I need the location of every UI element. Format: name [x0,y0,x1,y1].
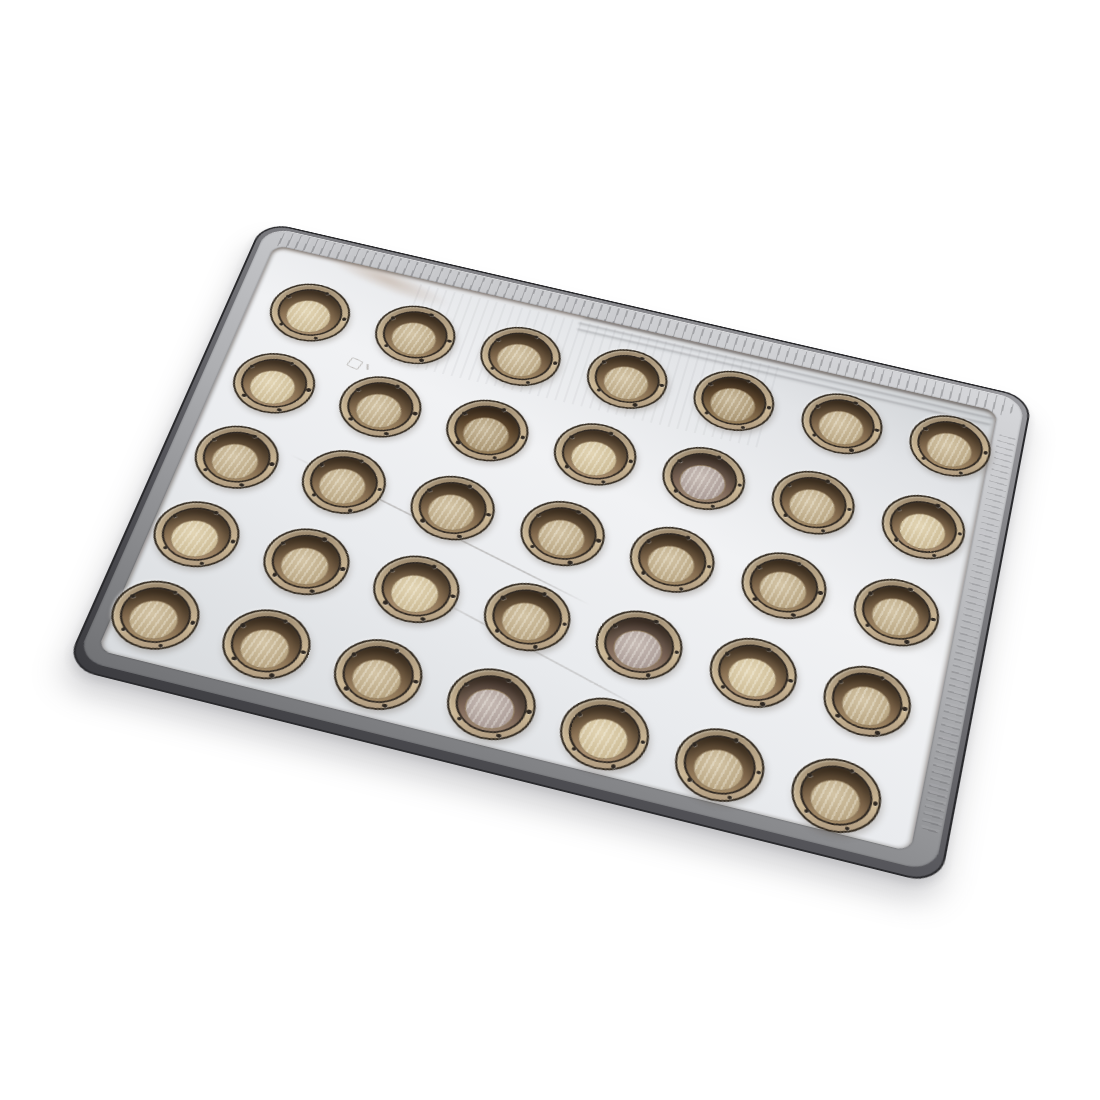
rivet-dot [786,483,791,487]
rivet-dot [874,428,879,432]
rivet-dot [496,733,502,738]
mold-base [274,543,334,590]
mold-cup-r3c2 [291,443,395,523]
rivet-dot [659,383,664,387]
mold-cup-r3c4 [511,493,613,575]
mold-cup-r3c5 [622,518,723,601]
mold-bowl [521,501,603,567]
rivet-dot [552,361,557,365]
mold-base [459,684,520,734]
mold-bowl [270,283,350,342]
rivet-dot [677,459,682,463]
mold-bowl [411,475,494,540]
rivet-dot [740,425,745,429]
mold-base [573,714,633,765]
mold-cup-r2c6 [765,463,862,543]
rivet-dot [525,381,530,385]
rivet-dot [230,539,236,543]
mold-cup-r4c2 [252,520,359,604]
mold-bowl [339,376,421,438]
rivet-dot [818,591,823,595]
rivet-dot [645,673,651,678]
mold-bowl [447,668,534,740]
rivet-dot [413,412,418,416]
mold-cup-r2c5 [655,439,753,518]
mold-base [122,596,185,645]
rivet-dot [957,532,962,536]
rivet-dot [679,586,684,590]
mold-base [164,516,225,563]
mold-base [689,744,748,796]
rivet-dot [704,411,709,415]
mold-bowl [373,555,458,623]
rivet-dot [611,764,617,769]
mold-bowl [794,758,878,833]
rivet-dot [567,560,572,564]
rivet-dot [486,513,491,517]
rivet-dot [645,539,650,543]
mold-base [706,384,759,427]
mold-base [837,681,894,731]
mold-cup-r4c3 [363,547,469,632]
mold-base [896,509,950,554]
mold-bowl [588,348,666,408]
mold-cup-r2c2 [329,369,430,446]
rivet-dot [347,508,353,512]
mold-bowl [774,470,852,534]
rivet-dot [904,640,909,645]
rivet-dot [875,730,880,735]
mold-cup-r3c7 [847,570,945,655]
mold-bowl [153,501,240,568]
rivet-dot [277,408,283,412]
mold-cup-r5c5 [551,689,658,780]
mold-cup-r3c1 [183,418,288,497]
mold-bowl [447,399,528,461]
mold-bowl [632,526,713,593]
mold-base [205,439,264,484]
rivet-dot [309,589,315,594]
mold-cup-r5c2 [211,601,321,689]
mold-bowl [263,528,349,595]
mold-cup-r1c4 [578,341,674,416]
mold-base [598,362,652,404]
mold-base [233,625,295,674]
mold-bowl [194,425,279,489]
mold-bowl [481,327,560,387]
mold-cup-r5c7 [784,749,888,842]
mold-base [923,428,975,471]
rivet-dot [313,336,318,340]
mold-base [280,296,336,337]
mold-base [492,340,547,382]
rivet-dot [562,622,568,627]
rivet-dot [269,673,275,678]
rivet-dot [520,435,525,439]
mold-base [566,437,622,481]
rivet-dot [803,808,809,813]
mold-bowl [302,450,386,514]
rivet-dot [935,504,940,508]
mold-bowl [232,353,315,414]
mold-base [458,413,514,457]
mold-bowl [804,393,880,455]
mold-base [785,484,839,529]
mold-grid [64,221,1033,886]
rivet-dot [377,487,383,491]
mold-cup-r5c6 [667,719,773,811]
rivet-dot [921,456,926,460]
mold-bowl [744,552,824,619]
rivet-dot [306,388,311,392]
mold-base [867,593,922,641]
rivet-dot [691,742,697,747]
mold-bowl [677,728,762,802]
mold-cup-r1c7 [903,408,996,485]
mold-cup-r4c6 [701,629,803,717]
rivet-dot [720,685,726,690]
rivet-dot [872,801,878,806]
rivet-dot [419,358,424,362]
rivet-dot [632,403,637,407]
mold-cup-r3c6 [734,544,833,628]
rivet-dot [844,826,850,831]
rivet-dot [727,795,733,800]
mold-cup-r5c1 [99,572,211,658]
mold-base [243,366,301,409]
photo-canvas [0,0,1100,1100]
mold-cup-r1c2 [365,298,464,372]
mold-bowl [334,639,422,710]
mold-bowl [664,447,743,511]
mold-bowl [598,610,681,680]
rivet-dot [958,471,963,475]
mold-cup-r4c1 [142,493,250,576]
mold-base [806,775,865,827]
rivet-dot [706,565,711,569]
rivet-dot [932,553,937,557]
rivet-dot [420,617,426,622]
rivet-dot [532,645,538,650]
mold-bowl [885,495,962,560]
rivet-dot [849,448,854,452]
rivet-dot [301,650,307,655]
mold-cup-r4c7 [816,657,917,746]
mold-cup-r4c4 [474,574,579,660]
rivet-dot [791,613,796,618]
rivet-dot [190,620,196,625]
rivet-dot [457,534,463,538]
rivet-dot [710,504,715,508]
mold-bowl [913,415,988,477]
rivet-dot [835,713,840,718]
mold-base [422,490,480,536]
rivet-dot [737,483,742,487]
mold-bowl [555,423,635,486]
rivet-dot [239,483,245,487]
mold-bowl [562,698,648,771]
mold-cup-r3c3 [401,468,504,549]
mold-base [643,541,700,588]
rivet-dot [199,561,205,565]
rivet-dot [384,432,389,436]
mold-cup-r2c1 [222,345,325,421]
mold-bowl [695,370,772,431]
mold-cup-r1c6 [794,385,888,461]
rivet-dot [821,529,826,533]
mold-bowl [375,305,454,364]
mold-base [345,654,406,704]
rivet-dot [847,507,852,511]
mold-bowl [485,582,569,651]
rivet-dot [157,643,163,648]
rivet-dot [382,703,388,708]
mold-bowl [711,638,793,709]
rivet-dot [756,770,762,775]
mold-base [675,460,730,504]
rivet-dot [341,317,346,321]
rivet-dot [752,597,757,602]
mold-base [350,389,407,432]
rivet-dot [896,507,901,511]
rivet-dot [601,480,606,484]
rivet-dot [760,702,766,707]
mold-cup-r5c4 [436,659,544,749]
mold-base [755,567,811,614]
rivet-dot [526,709,532,714]
mold-cup-r2c7 [876,487,971,568]
rivet-dot [413,679,419,684]
mold-cup-r1c5 [686,363,781,439]
mold-bowl [856,578,935,646]
rivet-dot [930,617,935,622]
mold-base [313,464,372,509]
mold-cup-r2c4 [545,415,644,493]
mold-base [814,406,867,449]
mold-cup-r2c3 [437,392,537,470]
baking-tray [64,221,1033,886]
mold-cup-r4c5 [587,602,691,689]
rivet-dot [983,451,988,455]
rivet-dot [640,740,646,745]
rivet-dot [447,339,452,343]
mold-base [609,625,667,674]
mold-base [723,653,781,702]
mold-bowl [110,580,200,650]
rivet-dot [492,456,497,460]
mold-cup-r1c1 [260,276,360,349]
mold-cup-r5c3 [323,630,432,719]
rivet-dot [596,539,601,543]
mold-base [532,515,589,561]
rivet-dot [902,707,907,712]
rivet-dot [628,459,633,463]
mold-base [496,597,555,645]
rivet-dot [766,406,771,410]
rivet-dot [674,650,680,655]
rivet-dot [450,594,456,599]
mold-bowl [826,666,907,737]
rivet-dot [269,462,275,466]
mold-bowl [221,609,310,679]
mold-base [385,570,445,618]
mold-base [386,318,441,359]
rivet-dot [788,678,793,683]
mold-cup-r1c3 [471,319,569,393]
rivet-dot [340,567,346,571]
